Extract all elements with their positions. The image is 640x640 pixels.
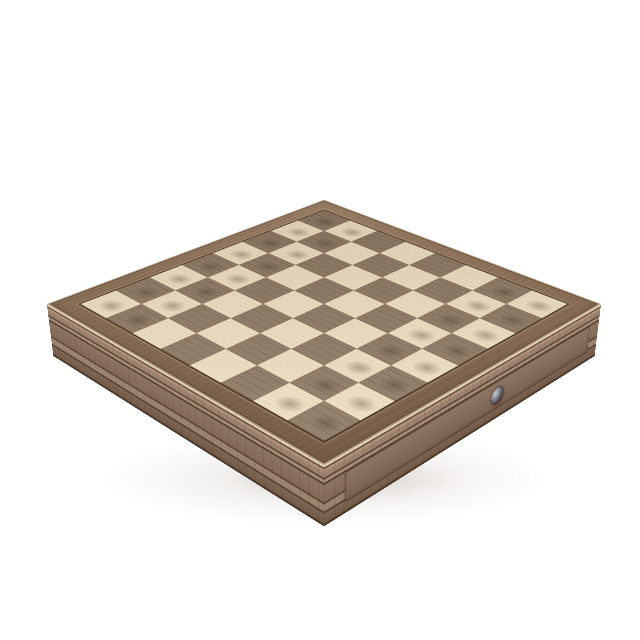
drawer-knob[interactable]	[490, 384, 502, 406]
piece-glyph: ♜	[294, 357, 354, 424]
square-e5[interactable]	[294, 277, 353, 304]
piece-glyph: ♟	[152, 262, 192, 307]
square-a1[interactable]: ♜	[288, 401, 361, 441]
chess-set-photo: ♜♟♟♜♞♟♟♞♝♟♟♝♚♟♟♚♛♟♟♛♝♟♟♝♞♟♟♞♜♟♟♜	[0, 0, 640, 640]
piece-glyph: ♟	[117, 275, 158, 321]
scene: ♜♟♟♜♞♟♟♞♝♟♟♝♚♟♟♚♛♟♟♛♝♟♟♝♞♟♟♞♜♟♟♜	[0, 0, 640, 640]
chess-box: ♜♟♟♜♞♟♟♞♝♟♟♝♚♟♟♚♛♟♟♛♝♟♟♝♞♟♟♞♜♟♟♜	[47, 200, 601, 466]
